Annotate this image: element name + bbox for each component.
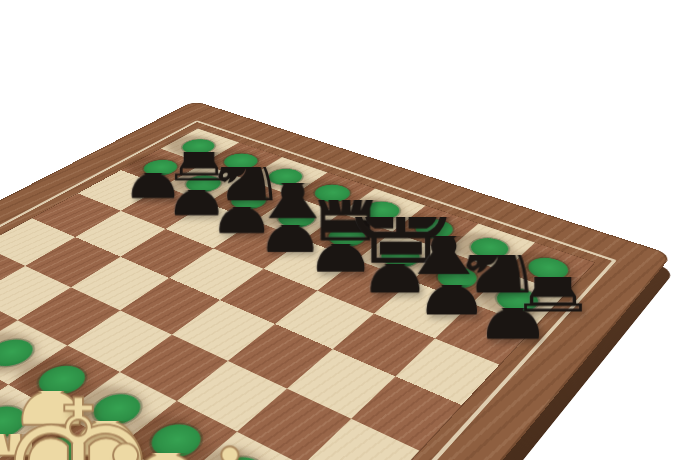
scene: ♜♞♝♛♚♝♞♜♟♟♟♟♟♟♟♟♟♟♟♟♟♟♟♟♜♞♝♛♚♝♞♜ bbox=[0, 0, 700, 460]
chess-board: ♜♞♝♛♚♝♞♜♟♟♟♟♟♟♟♟♟♟♟♟♟♟♟♟♜♞♝♛♚♝♞♜ bbox=[0, 101, 672, 460]
board-field: ♜♞♝♛♚♝♞♜♟♟♟♟♟♟♟♟♟♟♟♟♟♟♟♟♜♞♝♛♚♝♞♜ bbox=[0, 129, 594, 460]
photo-background: ♜♞♝♛♚♝♞♜♟♟♟♟♟♟♟♟♟♟♟♟♟♟♟♟♜♞♝♛♚♝♞♜ bbox=[0, 0, 700, 460]
